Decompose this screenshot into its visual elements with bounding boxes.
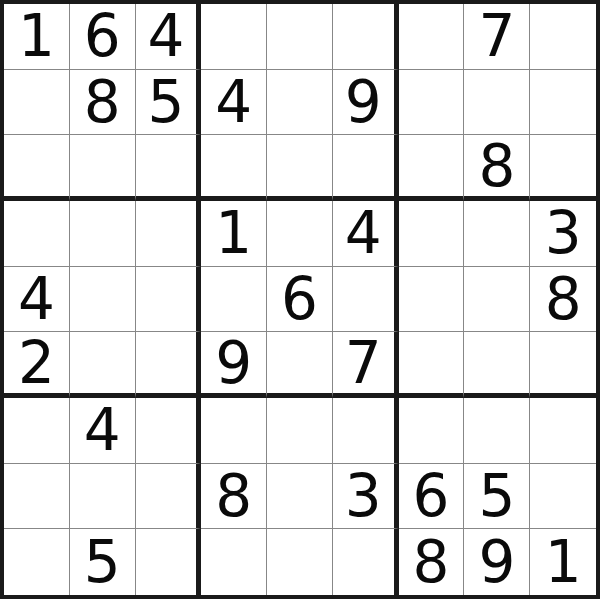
given-digit: 4 bbox=[84, 401, 121, 459]
given-digit: 1 bbox=[18, 7, 55, 65]
cell-r4c4[interactable]: 1 bbox=[201, 201, 267, 267]
cell-r5c3[interactable] bbox=[136, 267, 202, 333]
cell-r3c6[interactable] bbox=[333, 135, 399, 201]
cell-r9c2[interactable]: 5 bbox=[70, 529, 136, 595]
cell-r5c1[interactable]: 4 bbox=[4, 267, 70, 333]
cell-r2c9[interactable] bbox=[530, 70, 596, 136]
given-digit: 7 bbox=[345, 334, 382, 392]
cell-r2c6[interactable]: 9 bbox=[333, 70, 399, 136]
cell-r8c8[interactable]: 5 bbox=[464, 464, 530, 530]
cell-r9c8[interactable]: 9 bbox=[464, 529, 530, 595]
cell-r7c7[interactable] bbox=[399, 398, 465, 464]
cell-r6c7[interactable] bbox=[399, 332, 465, 398]
cell-r8c9[interactable] bbox=[530, 464, 596, 530]
given-digit: 9 bbox=[478, 533, 515, 591]
cell-r1c3[interactable]: 4 bbox=[136, 4, 202, 70]
cell-r3c5[interactable] bbox=[267, 135, 333, 201]
cell-r4c9[interactable]: 3 bbox=[530, 201, 596, 267]
cell-r8c1[interactable] bbox=[4, 464, 70, 530]
cell-r2c2[interactable]: 8 bbox=[70, 70, 136, 136]
cell-r4c5[interactable] bbox=[267, 201, 333, 267]
given-digit: 4 bbox=[345, 204, 382, 262]
cell-r3c2[interactable] bbox=[70, 135, 136, 201]
cell-r6c6[interactable]: 7 bbox=[333, 332, 399, 398]
cell-r6c1[interactable]: 2 bbox=[4, 332, 70, 398]
cell-r2c4[interactable]: 4 bbox=[201, 70, 267, 136]
cell-r9c4[interactable] bbox=[201, 529, 267, 595]
cell-r3c1[interactable] bbox=[4, 135, 70, 201]
given-digit: 8 bbox=[215, 467, 252, 525]
cell-r5c7[interactable] bbox=[399, 267, 465, 333]
given-digit: 7 bbox=[478, 7, 515, 65]
cell-r5c5[interactable]: 6 bbox=[267, 267, 333, 333]
cell-r1c6[interactable] bbox=[333, 4, 399, 70]
given-digit: 2 bbox=[18, 334, 55, 392]
cell-r3c8[interactable]: 8 bbox=[464, 135, 530, 201]
cell-r6c3[interactable] bbox=[136, 332, 202, 398]
cell-r9c3[interactable] bbox=[136, 529, 202, 595]
given-digit: 9 bbox=[345, 73, 382, 131]
given-digit: 1 bbox=[215, 204, 252, 262]
cell-r6c2[interactable] bbox=[70, 332, 136, 398]
cell-r8c4[interactable]: 8 bbox=[201, 464, 267, 530]
cell-r7c2[interactable]: 4 bbox=[70, 398, 136, 464]
cell-r9c1[interactable] bbox=[4, 529, 70, 595]
cell-r6c9[interactable] bbox=[530, 332, 596, 398]
given-digit: 5 bbox=[84, 533, 121, 591]
cell-r7c3[interactable] bbox=[136, 398, 202, 464]
given-digit: 4 bbox=[215, 73, 252, 131]
cell-r4c7[interactable] bbox=[399, 201, 465, 267]
cell-r1c1[interactable]: 1 bbox=[4, 4, 70, 70]
sudoku-board: 164785498143468297483655891 bbox=[0, 0, 600, 599]
cell-r8c3[interactable] bbox=[136, 464, 202, 530]
given-digit: 6 bbox=[84, 7, 121, 65]
cell-r1c9[interactable] bbox=[530, 4, 596, 70]
given-digit: 8 bbox=[413, 533, 450, 591]
cell-r7c9[interactable] bbox=[530, 398, 596, 464]
cell-r2c8[interactable] bbox=[464, 70, 530, 136]
cell-r7c8[interactable] bbox=[464, 398, 530, 464]
cell-r7c5[interactable] bbox=[267, 398, 333, 464]
given-digit: 8 bbox=[545, 270, 582, 328]
given-digit: 4 bbox=[18, 270, 55, 328]
cell-r5c8[interactable] bbox=[464, 267, 530, 333]
cell-r4c8[interactable] bbox=[464, 201, 530, 267]
cell-r8c7[interactable]: 6 bbox=[399, 464, 465, 530]
cell-r9c6[interactable] bbox=[333, 529, 399, 595]
cell-r4c3[interactable] bbox=[136, 201, 202, 267]
cell-r1c4[interactable] bbox=[201, 4, 267, 70]
cell-r7c4[interactable] bbox=[201, 398, 267, 464]
cell-r3c4[interactable] bbox=[201, 135, 267, 201]
cell-r8c6[interactable]: 3 bbox=[333, 464, 399, 530]
cell-r1c5[interactable] bbox=[267, 4, 333, 70]
cell-r3c9[interactable] bbox=[530, 135, 596, 201]
given-digit: 5 bbox=[478, 467, 515, 525]
cell-r4c2[interactable] bbox=[70, 201, 136, 267]
cell-r4c1[interactable] bbox=[4, 201, 70, 267]
cell-r7c1[interactable] bbox=[4, 398, 70, 464]
cell-r8c2[interactable] bbox=[70, 464, 136, 530]
cell-r5c6[interactable] bbox=[333, 267, 399, 333]
cell-r1c8[interactable]: 7 bbox=[464, 4, 530, 70]
given-digit: 9 bbox=[215, 334, 252, 392]
cell-r3c3[interactable] bbox=[136, 135, 202, 201]
cell-r6c8[interactable] bbox=[464, 332, 530, 398]
given-digit: 6 bbox=[281, 270, 318, 328]
cell-r8c5[interactable] bbox=[267, 464, 333, 530]
given-digit: 3 bbox=[345, 467, 382, 525]
cell-r2c3[interactable]: 5 bbox=[136, 70, 202, 136]
cell-r2c7[interactable] bbox=[399, 70, 465, 136]
cell-r7c6[interactable] bbox=[333, 398, 399, 464]
cell-r2c5[interactable] bbox=[267, 70, 333, 136]
cell-r9c5[interactable] bbox=[267, 529, 333, 595]
cell-r4c6[interactable]: 4 bbox=[333, 201, 399, 267]
cell-r5c4[interactable] bbox=[201, 267, 267, 333]
cell-r5c2[interactable] bbox=[70, 267, 136, 333]
given-digit: 5 bbox=[147, 73, 184, 131]
given-digit: 6 bbox=[413, 467, 450, 525]
cell-r5c9[interactable]: 8 bbox=[530, 267, 596, 333]
given-digit: 4 bbox=[147, 7, 184, 65]
given-digit: 1 bbox=[545, 533, 582, 591]
cell-r1c7[interactable] bbox=[399, 4, 465, 70]
cell-r6c4[interactable]: 9 bbox=[201, 332, 267, 398]
given-digit: 8 bbox=[84, 73, 121, 131]
given-digit: 8 bbox=[478, 137, 515, 195]
cell-r3c7[interactable] bbox=[399, 135, 465, 201]
cell-r1c2[interactable]: 6 bbox=[70, 4, 136, 70]
given-digit: 3 bbox=[545, 204, 582, 262]
cell-r9c7[interactable]: 8 bbox=[399, 529, 465, 595]
cell-r2c1[interactable] bbox=[4, 70, 70, 136]
cell-r9c9[interactable]: 1 bbox=[530, 529, 596, 595]
cell-r6c5[interactable] bbox=[267, 332, 333, 398]
